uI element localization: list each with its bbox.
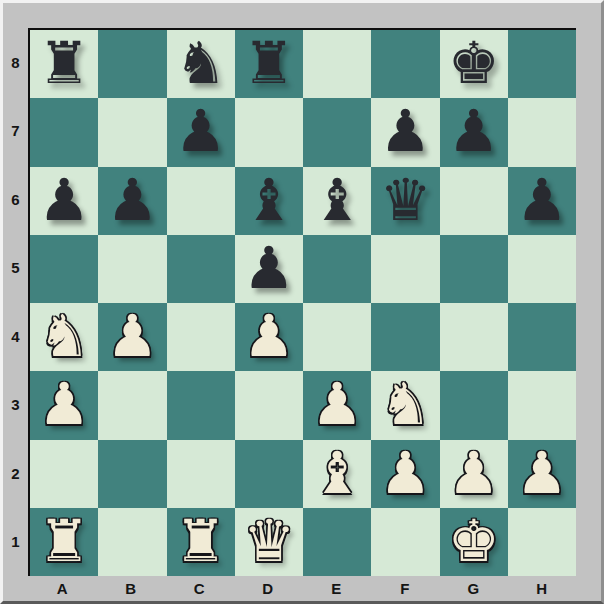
square-a1[interactable]: ♜ xyxy=(30,508,98,576)
file-label-d: D xyxy=(234,576,303,601)
square-g5[interactable] xyxy=(440,235,508,303)
square-g4[interactable] xyxy=(440,303,508,371)
square-f6[interactable]: ♛ xyxy=(371,167,439,235)
square-b3[interactable] xyxy=(98,371,166,439)
black-rook-piece[interactable]: ♜ xyxy=(243,34,295,92)
white-bishop-piece[interactable]: ♝ xyxy=(311,444,363,502)
file-label-e: E xyxy=(302,576,371,601)
white-knight-piece[interactable]: ♞ xyxy=(379,375,431,433)
square-e2[interactable]: ♝ xyxy=(303,440,371,508)
rank-label-5: 5 xyxy=(3,234,28,303)
square-g7[interactable]: ♟ xyxy=(440,98,508,166)
square-c7[interactable]: ♟ xyxy=(167,98,235,166)
square-e7[interactable] xyxy=(303,98,371,166)
file-labels: ABCDEFGH xyxy=(28,576,576,601)
square-e4[interactable] xyxy=(303,303,371,371)
square-d2[interactable] xyxy=(235,440,303,508)
white-rook-piece[interactable]: ♜ xyxy=(175,512,227,570)
square-d4[interactable]: ♟ xyxy=(235,303,303,371)
square-f1[interactable] xyxy=(371,508,439,576)
square-e5[interactable] xyxy=(303,235,371,303)
black-rook-piece[interactable]: ♜ xyxy=(38,34,90,92)
square-f7[interactable]: ♟ xyxy=(371,98,439,166)
white-king-piece[interactable]: ♚ xyxy=(448,512,500,570)
white-pawn-piece[interactable]: ♟ xyxy=(106,307,158,365)
white-pawn-piece[interactable]: ♟ xyxy=(243,307,295,365)
square-f2[interactable]: ♟ xyxy=(371,440,439,508)
square-d3[interactable] xyxy=(235,371,303,439)
white-pawn-piece[interactable]: ♟ xyxy=(379,444,431,502)
square-h7[interactable] xyxy=(508,98,576,166)
square-b8[interactable] xyxy=(98,30,166,98)
square-h5[interactable] xyxy=(508,235,576,303)
rank-label-3: 3 xyxy=(3,371,28,440)
square-f8[interactable] xyxy=(371,30,439,98)
black-pawn-piece[interactable]: ♟ xyxy=(243,239,295,297)
white-pawn-piece[interactable]: ♟ xyxy=(311,375,363,433)
black-king-piece[interactable]: ♚ xyxy=(448,34,500,92)
square-d7[interactable] xyxy=(235,98,303,166)
square-d5[interactable]: ♟ xyxy=(235,235,303,303)
square-c5[interactable] xyxy=(167,235,235,303)
square-a3[interactable]: ♟ xyxy=(30,371,98,439)
square-a4[interactable]: ♞ xyxy=(30,303,98,371)
square-a6[interactable]: ♟ xyxy=(30,167,98,235)
square-h2[interactable]: ♟ xyxy=(508,440,576,508)
chess-board: ♜♞♜♚♟♟♟♟♟♝♝♛♟♟♞♟♟♟♟♞♝♟♟♟♜♜♛♚ xyxy=(28,28,576,576)
square-h6[interactable]: ♟ xyxy=(508,167,576,235)
rank-label-1: 1 xyxy=(3,508,28,577)
file-label-h: H xyxy=(508,576,577,601)
square-e1[interactable] xyxy=(303,508,371,576)
board-frame: ♜♞♜♚♟♟♟♟♟♝♝♛♟♟♞♟♟♟♟♞♝♟♟♟♜♜♛♚ 87654321 AB… xyxy=(0,0,604,604)
square-d1[interactable]: ♛ xyxy=(235,508,303,576)
square-h8[interactable] xyxy=(508,30,576,98)
square-c2[interactable] xyxy=(167,440,235,508)
square-f5[interactable] xyxy=(371,235,439,303)
square-c4[interactable] xyxy=(167,303,235,371)
white-rook-piece[interactable]: ♜ xyxy=(38,512,90,570)
white-pawn-piece[interactable]: ♟ xyxy=(38,375,90,433)
square-f4[interactable] xyxy=(371,303,439,371)
square-e3[interactable]: ♟ xyxy=(303,371,371,439)
square-a8[interactable]: ♜ xyxy=(30,30,98,98)
square-b4[interactable]: ♟ xyxy=(98,303,166,371)
square-c6[interactable] xyxy=(167,167,235,235)
file-label-c: C xyxy=(165,576,234,601)
square-b1[interactable] xyxy=(98,508,166,576)
square-e6[interactable]: ♝ xyxy=(303,167,371,235)
square-a7[interactable] xyxy=(30,98,98,166)
black-pawn-piece[interactable]: ♟ xyxy=(516,171,568,229)
square-e8[interactable] xyxy=(303,30,371,98)
square-b2[interactable] xyxy=(98,440,166,508)
square-g6[interactable] xyxy=(440,167,508,235)
white-knight-piece[interactable]: ♞ xyxy=(38,307,90,365)
rank-label-4: 4 xyxy=(3,302,28,371)
square-h1[interactable] xyxy=(508,508,576,576)
square-b6[interactable]: ♟ xyxy=(98,167,166,235)
black-pawn-piece[interactable]: ♟ xyxy=(106,171,158,229)
file-label-b: B xyxy=(97,576,166,601)
rank-label-7: 7 xyxy=(3,97,28,166)
rank-label-2: 2 xyxy=(3,439,28,508)
square-d6[interactable]: ♝ xyxy=(235,167,303,235)
white-pawn-piece[interactable]: ♟ xyxy=(448,444,500,502)
file-label-g: G xyxy=(439,576,508,601)
square-b7[interactable] xyxy=(98,98,166,166)
black-bishop-piece[interactable]: ♝ xyxy=(243,171,295,229)
rank-label-6: 6 xyxy=(3,165,28,234)
white-queen-piece[interactable]: ♛ xyxy=(243,512,295,570)
square-g8[interactable]: ♚ xyxy=(440,30,508,98)
black-knight-piece[interactable]: ♞ xyxy=(175,34,227,92)
black-pawn-piece[interactable]: ♟ xyxy=(448,102,500,160)
square-h4[interactable] xyxy=(508,303,576,371)
square-c3[interactable] xyxy=(167,371,235,439)
square-a5[interactable] xyxy=(30,235,98,303)
square-a2[interactable] xyxy=(30,440,98,508)
square-h3[interactable] xyxy=(508,371,576,439)
square-c8[interactable]: ♞ xyxy=(167,30,235,98)
black-pawn-piece[interactable]: ♟ xyxy=(379,102,431,160)
white-pawn-piece[interactable]: ♟ xyxy=(516,444,568,502)
square-c1[interactable]: ♜ xyxy=(167,508,235,576)
rank-labels: 87654321 xyxy=(3,28,28,576)
black-bishop-piece[interactable]: ♝ xyxy=(311,171,363,229)
file-label-a: A xyxy=(28,576,97,601)
square-g1[interactable]: ♚ xyxy=(440,508,508,576)
black-pawn-piece[interactable]: ♟ xyxy=(38,171,90,229)
square-b5[interactable] xyxy=(98,235,166,303)
rank-label-8: 8 xyxy=(3,28,28,97)
black-pawn-piece[interactable]: ♟ xyxy=(175,102,227,160)
square-g3[interactable] xyxy=(440,371,508,439)
file-label-f: F xyxy=(371,576,440,601)
square-g2[interactable]: ♟ xyxy=(440,440,508,508)
square-d8[interactable]: ♜ xyxy=(235,30,303,98)
square-f3[interactable]: ♞ xyxy=(371,371,439,439)
black-queen-piece[interactable]: ♛ xyxy=(379,171,431,229)
